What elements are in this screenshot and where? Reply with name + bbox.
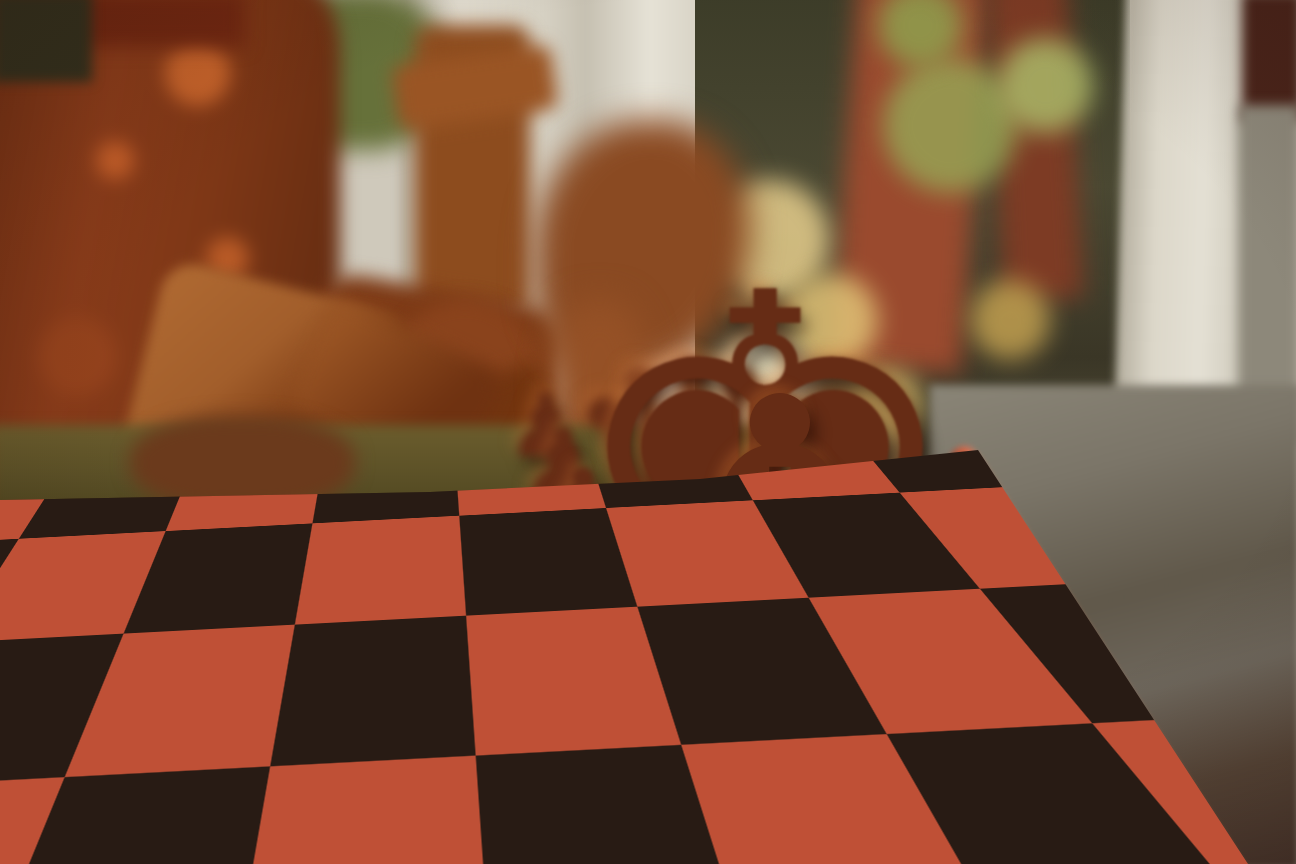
chess-photo-scene: ♟♟♛♟♚♟♞♝♟♜♟: [0, 0, 1296, 864]
pieces-layer: ♟♟♛♟♚♟♞♝♟♜♟: [0, 0, 1296, 864]
piece-pawn-h2[interactable]: ♟: [569, 610, 773, 838]
